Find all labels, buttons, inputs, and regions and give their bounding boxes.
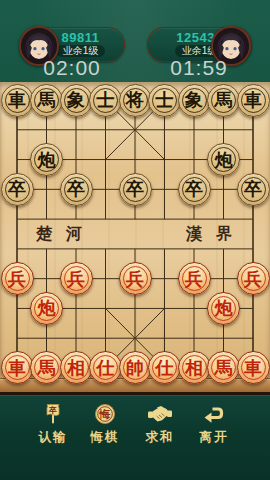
svg-text:悔: 悔: [99, 408, 111, 421]
piece-red-車-f0r9[interactable]: 車: [1, 351, 34, 384]
svg-text:卒: 卒: [48, 405, 57, 415]
piece-black-卒-f8r3[interactable]: 卒: [237, 173, 270, 206]
xiangqi-app: 89811 业余1级 125432 业余1级: [0, 0, 270, 480]
piece-black-卒-f6r3[interactable]: 卒: [178, 173, 211, 206]
piece-red-相-f6r9[interactable]: 相: [178, 351, 211, 384]
piece-black-卒-f2r3[interactable]: 卒: [60, 173, 93, 206]
resign-label: 认输: [39, 429, 68, 446]
xiangqi-board[interactable]: 楚河 漢界 車馬象士将士象馬車炮炮卒卒卒卒卒兵兵兵兵兵炮炮車馬相仕帥仕相馬車: [0, 82, 270, 392]
piece-red-炮-f7r7[interactable]: 炮: [207, 292, 240, 325]
river-label-han-jie: 漢界: [186, 224, 232, 245]
piece-red-車-f8r9[interactable]: 車: [237, 351, 270, 384]
river-label-chu-he: 楚河: [36, 224, 82, 245]
piece-black-車-f8r0[interactable]: 車: [237, 84, 270, 117]
piece-black-卒-f0r3[interactable]: 卒: [1, 173, 34, 206]
leave-label: 离开: [200, 429, 229, 446]
leave-arrow-icon: [202, 401, 226, 427]
undo-label: 悔棋: [91, 429, 120, 446]
piece-black-馬-f1r0[interactable]: 馬: [30, 84, 63, 117]
piece-black-馬-f7r0[interactable]: 馬: [207, 84, 240, 117]
undo-move-button[interactable]: 悔 悔棋: [81, 401, 129, 446]
timer-black: 02:00: [35, 56, 109, 80]
piece-black-士-f3r0[interactable]: 士: [89, 84, 122, 117]
piece-red-兵-f0r6[interactable]: 兵: [1, 262, 34, 295]
handshake-icon: [147, 401, 173, 427]
action-bar: 卒 认输 悔 悔棋: [0, 392, 270, 480]
surrender-flag-icon: 卒: [41, 401, 65, 427]
piece-red-兵-f8r6[interactable]: 兵: [237, 262, 270, 295]
piece-black-炮-f1r2[interactable]: 炮: [30, 143, 63, 176]
piece-black-卒-f4r3[interactable]: 卒: [119, 173, 152, 206]
piece-black-象-f6r0[interactable]: 象: [178, 84, 211, 117]
piece-black-炮-f7r2[interactable]: 炮: [207, 143, 240, 176]
piece-red-兵-f4r6[interactable]: 兵: [119, 262, 152, 295]
draw-label: 求和: [146, 429, 175, 446]
piece-red-兵-f6r6[interactable]: 兵: [178, 262, 211, 295]
piece-black-将-f4r0[interactable]: 将: [119, 84, 152, 117]
undo-piece-icon: 悔: [93, 401, 117, 427]
piece-red-兵-f2r6[interactable]: 兵: [60, 262, 93, 295]
piece-red-炮-f1r7[interactable]: 炮: [30, 292, 63, 325]
resign-button[interactable]: 卒 认输: [29, 401, 77, 446]
river-text-right: 漢界: [186, 224, 246, 245]
piece-red-帥-f4r9[interactable]: 帥: [119, 351, 152, 384]
offer-draw-button[interactable]: 求和: [136, 401, 184, 446]
piece-black-象-f2r0[interactable]: 象: [60, 84, 93, 117]
piece-black-士-f5r0[interactable]: 士: [148, 84, 181, 117]
timer-red: 01:59: [162, 56, 236, 80]
river-text-left: 楚河: [36, 224, 96, 245]
header: 89811 业余1级 125432 业余1级: [0, 0, 270, 82]
piece-black-車-f0r0[interactable]: 車: [1, 84, 34, 117]
leave-button[interactable]: 离开: [190, 401, 238, 446]
piece-red-相-f2r9[interactable]: 相: [60, 351, 93, 384]
